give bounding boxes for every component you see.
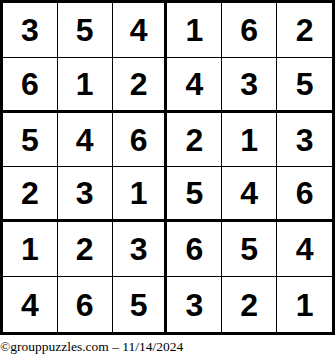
cell-r1c5: 6 [222,3,277,58]
cell-r4c5: 4 [222,167,277,222]
cell-r2c6: 5 [277,58,332,113]
cell-r2c2: 1 [58,58,113,113]
cell-r4c3: 1 [113,167,168,222]
cell-r3c3: 6 [113,113,168,168]
cell-r4c6: 6 [277,167,332,222]
cell-r5c1: 1 [3,222,58,277]
cell-r6c4: 3 [167,277,222,332]
cell-r2c1: 6 [3,58,58,113]
cell-r3c2: 4 [58,113,113,168]
cell-r2c5: 3 [222,58,277,113]
cell-r1c2: 5 [58,3,113,58]
cell-r1c1: 3 [3,3,58,58]
cell-r4c2: 3 [58,167,113,222]
cell-r5c2: 2 [58,222,113,277]
cell-r3c6: 3 [277,113,332,168]
cell-r4c4: 5 [167,167,222,222]
cell-r6c6: 1 [277,277,332,332]
cell-r1c4: 1 [167,3,222,58]
cell-r6c2: 6 [58,277,113,332]
cell-r2c4: 4 [167,58,222,113]
cell-r6c1: 4 [3,277,58,332]
copyright-footer: ©grouppuzzles.com – 11/14/2024 [0,339,183,355]
sudoku-board: 354162612435546213231546123654465321 [0,0,335,335]
cell-r3c5: 1 [222,113,277,168]
cell-r6c3: 5 [113,277,168,332]
puzzle-page: 354162612435546213231546123654465321 ©gr… [0,0,335,357]
cell-r6c5: 2 [222,277,277,332]
cell-r1c6: 2 [277,3,332,58]
cell-r3c4: 2 [167,113,222,168]
cell-r5c5: 5 [222,222,277,277]
cell-r4c1: 2 [3,167,58,222]
cell-r3c1: 5 [3,113,58,168]
cell-r5c3: 3 [113,222,168,277]
cell-r1c3: 4 [113,3,168,58]
cell-r5c4: 6 [167,222,222,277]
cell-r2c3: 2 [113,58,168,113]
cell-r5c6: 4 [277,222,332,277]
